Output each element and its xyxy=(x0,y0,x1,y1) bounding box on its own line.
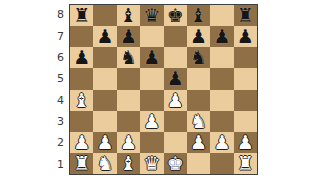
black-king-e8: ♚ xyxy=(167,6,184,25)
square-g8[interactable] xyxy=(210,5,233,26)
black-knight-c6: ♞ xyxy=(120,48,137,67)
black-pawn-b7: ♟ xyxy=(97,27,114,46)
square-f7[interactable]: ♟ xyxy=(187,26,210,47)
square-d4[interactable] xyxy=(140,90,163,111)
square-d5[interactable] xyxy=(140,68,163,89)
black-bishop-c8: ♝ xyxy=(120,6,137,25)
white-knight-f3: ♞ xyxy=(190,111,207,130)
square-b4[interactable] xyxy=(93,90,116,111)
square-g4[interactable] xyxy=(210,90,233,111)
square-d1[interactable]: ♛ xyxy=(140,153,163,174)
square-c4[interactable] xyxy=(117,90,140,111)
square-c7[interactable]: ♟ xyxy=(117,26,140,47)
square-c3[interactable] xyxy=(117,111,140,132)
square-c8[interactable]: ♝ xyxy=(117,5,140,26)
square-h7[interactable]: ♟ xyxy=(234,26,257,47)
square-b1[interactable]: ♞ xyxy=(93,153,116,174)
square-d7[interactable] xyxy=(140,26,163,47)
square-b8[interactable] xyxy=(93,5,116,26)
black-pawn-g7: ♟ xyxy=(213,27,230,46)
square-g7[interactable]: ♟ xyxy=(210,26,233,47)
black-rook-h8: ♜ xyxy=(237,6,254,25)
chess-diagram: 87654321 ♜♝♛♚♝♜♟♟♟♟♟♟♞♟♞♟♝♟♟♞♟♟♟♟♟♟♜♞♝♛♚… xyxy=(0,0,320,180)
rank-label-5: 5 xyxy=(38,68,64,89)
rank-label-7: 7 xyxy=(38,25,64,46)
square-e5[interactable]: ♟ xyxy=(164,68,187,89)
white-pawn-b2: ♟ xyxy=(97,132,114,151)
square-f8[interactable]: ♝ xyxy=(187,5,210,26)
square-d2[interactable] xyxy=(140,132,163,153)
rank-label-4: 4 xyxy=(38,90,64,111)
white-rook-h1: ♜ xyxy=(237,153,254,172)
square-d3[interactable]: ♟ xyxy=(140,111,163,132)
square-c2[interactable]: ♟ xyxy=(117,132,140,153)
white-pawn-g2: ♟ xyxy=(213,132,230,151)
square-d8[interactable]: ♛ xyxy=(140,5,163,26)
black-pawn-a6: ♟ xyxy=(73,48,90,67)
square-c1[interactable]: ♝ xyxy=(117,153,140,174)
square-e2[interactable] xyxy=(164,132,187,153)
square-e1[interactable]: ♚ xyxy=(164,153,187,174)
white-king-e1: ♚ xyxy=(167,153,184,172)
square-g3[interactable] xyxy=(210,111,233,132)
white-pawn-f2: ♟ xyxy=(190,132,207,151)
square-e8[interactable]: ♚ xyxy=(164,5,187,26)
black-pawn-h7: ♟ xyxy=(237,27,254,46)
chess-board: ♜♝♛♚♝♜♟♟♟♟♟♟♞♟♞♟♝♟♟♞♟♟♟♟♟♟♜♞♝♛♚♜ xyxy=(69,4,258,175)
square-b7[interactable]: ♟ xyxy=(93,26,116,47)
square-g1[interactable] xyxy=(210,153,233,174)
rank-label-3: 3 xyxy=(38,111,64,132)
white-pawn-d3: ♟ xyxy=(143,111,160,130)
square-a1[interactable]: ♜ xyxy=(70,153,93,174)
black-pawn-f7: ♟ xyxy=(190,27,207,46)
white-bishop-a4: ♝ xyxy=(73,90,90,109)
rank-label-1: 1 xyxy=(38,154,64,175)
square-b5[interactable] xyxy=(93,68,116,89)
rank-labels: 87654321 xyxy=(38,4,64,175)
square-g2[interactable]: ♟ xyxy=(210,132,233,153)
square-f6[interactable]: ♞ xyxy=(187,47,210,68)
square-b3[interactable] xyxy=(93,111,116,132)
black-pawn-d6: ♟ xyxy=(143,48,160,67)
white-pawn-c2: ♟ xyxy=(120,132,137,151)
square-e7[interactable] xyxy=(164,26,187,47)
square-e4[interactable]: ♟ xyxy=(164,90,187,111)
square-h1[interactable]: ♜ xyxy=(234,153,257,174)
white-queen-d1: ♛ xyxy=(143,153,160,172)
square-a6[interactable]: ♟ xyxy=(70,47,93,68)
rank-label-8: 8 xyxy=(38,4,64,25)
square-f4[interactable] xyxy=(187,90,210,111)
rank-label-6: 6 xyxy=(38,47,64,68)
square-h3[interactable] xyxy=(234,111,257,132)
square-e6[interactable] xyxy=(164,47,187,68)
white-pawn-h2: ♟ xyxy=(237,132,254,151)
square-a8[interactable]: ♜ xyxy=(70,5,93,26)
square-g6[interactable] xyxy=(210,47,233,68)
white-pawn-a2: ♟ xyxy=(73,132,90,151)
square-a5[interactable] xyxy=(70,68,93,89)
square-f5[interactable] xyxy=(187,68,210,89)
square-h8[interactable]: ♜ xyxy=(234,5,257,26)
square-d6[interactable]: ♟ xyxy=(140,47,163,68)
black-pawn-c7: ♟ xyxy=(120,27,137,46)
square-f1[interactable] xyxy=(187,153,210,174)
square-h2[interactable]: ♟ xyxy=(234,132,257,153)
black-knight-f6: ♞ xyxy=(190,48,207,67)
square-c5[interactable] xyxy=(117,68,140,89)
square-e3[interactable] xyxy=(164,111,187,132)
black-queen-d8: ♛ xyxy=(143,6,160,25)
white-knight-b1: ♞ xyxy=(97,153,114,172)
square-b6[interactable] xyxy=(93,47,116,68)
square-f2[interactable]: ♟ xyxy=(187,132,210,153)
square-b2[interactable]: ♟ xyxy=(93,132,116,153)
square-a2[interactable]: ♟ xyxy=(70,132,93,153)
square-h6[interactable] xyxy=(234,47,257,68)
square-a7[interactable] xyxy=(70,26,93,47)
square-a4[interactable]: ♝ xyxy=(70,90,93,111)
white-bishop-c1: ♝ xyxy=(120,153,137,172)
square-h5[interactable] xyxy=(234,68,257,89)
white-pawn-e4: ♟ xyxy=(167,90,184,109)
black-rook-a8: ♜ xyxy=(73,6,90,25)
rank-label-2: 2 xyxy=(38,132,64,153)
square-f3[interactable]: ♞ xyxy=(187,111,210,132)
white-rook-a1: ♜ xyxy=(73,153,90,172)
square-h4[interactable] xyxy=(234,90,257,111)
black-bishop-f8: ♝ xyxy=(190,6,207,25)
black-pawn-e5: ♟ xyxy=(167,69,184,88)
square-c6[interactable]: ♞ xyxy=(117,47,140,68)
square-a3[interactable] xyxy=(70,111,93,132)
square-g5[interactable] xyxy=(210,68,233,89)
